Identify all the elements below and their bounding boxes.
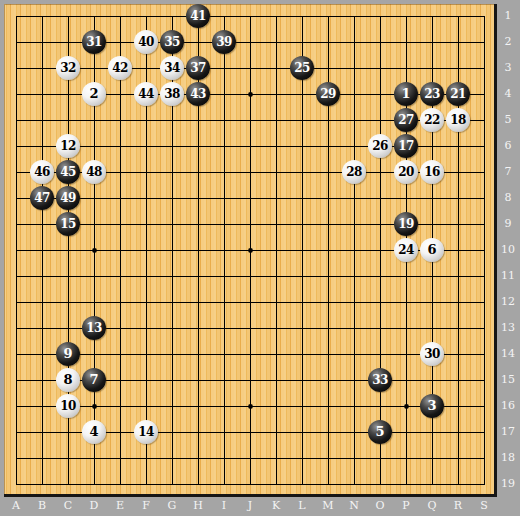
stone-D7[interactable]: 48 <box>82 160 106 184</box>
stone-M4[interactable]: 29 <box>316 82 340 106</box>
stone-move-number: 31 <box>86 30 102 54</box>
stone-move-number: 46 <box>34 160 50 184</box>
go-board[interactable]: 1234567891012131415161718192021222324252… <box>4 4 497 497</box>
stone-move-number: 5 <box>375 420 384 444</box>
star-point <box>92 404 97 409</box>
stone-Q10[interactable]: 6 <box>420 238 444 262</box>
column-label-L: L <box>298 499 305 512</box>
stone-move-number: 1 <box>401 82 410 106</box>
stone-move-number: 21 <box>450 82 466 106</box>
stone-move-number: 30 <box>424 342 440 366</box>
stone-F2[interactable]: 40 <box>134 30 158 54</box>
stone-C7[interactable]: 45 <box>56 160 80 184</box>
stone-move-number: 6 <box>427 238 436 262</box>
column-label-G: G <box>168 499 177 512</box>
column-label-S: S <box>480 499 488 512</box>
stone-move-number: 14 <box>138 420 154 444</box>
stone-C8[interactable]: 49 <box>56 186 80 210</box>
column-label-I: I <box>222 499 226 512</box>
row-label-15: 15 <box>497 373 519 387</box>
stone-N7[interactable]: 28 <box>342 160 366 184</box>
stone-R5[interactable]: 18 <box>446 108 470 132</box>
stone-C14[interactable]: 9 <box>56 342 80 366</box>
stone-O15[interactable]: 33 <box>368 368 392 392</box>
stone-G3[interactable]: 34 <box>160 56 184 80</box>
stone-D4[interactable]: 2 <box>82 82 106 106</box>
stone-move-number: 42 <box>112 56 128 80</box>
stone-move-number: 15 <box>60 212 76 236</box>
column-label-F: F <box>142 499 150 512</box>
row-label-5: 5 <box>497 113 519 127</box>
stone-move-number: 25 <box>294 56 310 80</box>
star-point <box>404 404 409 409</box>
stone-move-number: 49 <box>60 186 76 210</box>
row-label-12: 12 <box>497 295 519 309</box>
column-label-A: A <box>12 499 20 512</box>
stone-move-number: 10 <box>60 394 76 418</box>
stone-P6[interactable]: 17 <box>394 134 418 158</box>
stone-move-number: 32 <box>60 56 76 80</box>
stone-L3[interactable]: 25 <box>290 56 314 80</box>
stone-D13[interactable]: 13 <box>82 316 106 340</box>
star-point <box>92 248 97 253</box>
stone-B7[interactable]: 46 <box>30 160 54 184</box>
stone-move-number: 20 <box>398 160 414 184</box>
stone-Q4[interactable]: 23 <box>420 82 444 106</box>
stone-move-number: 33 <box>372 368 388 392</box>
stone-move-number: 37 <box>190 56 206 80</box>
stone-D15[interactable]: 7 <box>82 368 106 392</box>
stone-F17[interactable]: 14 <box>134 420 158 444</box>
stone-move-number: 39 <box>216 30 232 54</box>
row-label-6: 6 <box>497 139 519 153</box>
stone-move-number: 44 <box>138 82 154 106</box>
row-label-16: 16 <box>497 399 519 413</box>
row-label-4: 4 <box>497 87 519 101</box>
stone-move-number: 48 <box>86 160 102 184</box>
column-label-Q: Q <box>427 499 436 512</box>
stone-C15[interactable]: 8 <box>56 368 80 392</box>
stone-C16[interactable]: 10 <box>56 394 80 418</box>
column-label-N: N <box>349 499 359 512</box>
stone-B8[interactable]: 47 <box>30 186 54 210</box>
stone-move-number: 26 <box>372 134 388 158</box>
row-label-14: 14 <box>497 347 519 361</box>
stone-P7[interactable]: 20 <box>394 160 418 184</box>
row-label-19: 19 <box>497 477 519 491</box>
stone-G2[interactable]: 35 <box>160 30 184 54</box>
stone-Q5[interactable]: 22 <box>420 108 444 132</box>
stone-D2[interactable]: 31 <box>82 30 106 54</box>
column-label-P: P <box>402 499 409 512</box>
star-point <box>248 404 253 409</box>
column-label-M: M <box>322 499 333 512</box>
stone-P9[interactable]: 19 <box>394 212 418 236</box>
go-board-window: 1234567891012131415161718192021222324252… <box>0 0 520 516</box>
stone-move-number: 43 <box>190 82 206 106</box>
stone-C3[interactable]: 32 <box>56 56 80 80</box>
stone-move-number: 24 <box>398 238 414 262</box>
stone-H3[interactable]: 37 <box>186 56 210 80</box>
stone-move-number: 8 <box>63 368 72 392</box>
star-point <box>248 248 253 253</box>
stone-Q16[interactable]: 3 <box>420 394 444 418</box>
stone-G4[interactable]: 38 <box>160 82 184 106</box>
stone-F4[interactable]: 44 <box>134 82 158 106</box>
stone-move-number: 38 <box>164 82 180 106</box>
column-label-R: R <box>454 499 462 512</box>
stone-P4[interactable]: 1 <box>394 82 418 106</box>
stone-C9[interactable]: 15 <box>56 212 80 236</box>
stone-move-number: 16 <box>424 160 440 184</box>
stone-move-number: 41 <box>190 4 206 28</box>
row-label-2: 2 <box>497 35 519 49</box>
stone-R4[interactable]: 21 <box>446 82 470 106</box>
row-label-10: 10 <box>497 243 519 257</box>
column-label-K: K <box>272 499 280 512</box>
stone-move-number: 18 <box>450 108 466 132</box>
row-label-11: 11 <box>497 269 519 283</box>
column-label-J: J <box>248 499 252 512</box>
stone-Q14[interactable]: 30 <box>420 342 444 366</box>
column-label-C: C <box>64 499 72 512</box>
stone-move-number: 7 <box>89 368 98 392</box>
row-label-9: 9 <box>497 217 519 231</box>
row-label-13: 13 <box>497 321 519 335</box>
stone-O6[interactable]: 26 <box>368 134 392 158</box>
row-label-18: 18 <box>497 451 519 465</box>
stone-H1[interactable]: 41 <box>186 4 210 28</box>
stone-C6[interactable]: 12 <box>56 134 80 158</box>
stone-move-number: 3 <box>427 394 436 418</box>
stone-move-number: 45 <box>60 160 76 184</box>
stone-Q7[interactable]: 16 <box>420 160 444 184</box>
stone-move-number: 12 <box>60 134 76 158</box>
stone-move-number: 19 <box>398 212 414 236</box>
stone-O17[interactable]: 5 <box>368 420 392 444</box>
stone-move-number: 23 <box>424 82 440 106</box>
column-label-O: O <box>375 499 384 512</box>
stone-move-number: 34 <box>164 56 180 80</box>
stone-move-number: 27 <box>398 108 414 132</box>
stone-P5[interactable]: 27 <box>394 108 418 132</box>
row-label-1: 1 <box>497 9 519 23</box>
stone-move-number: 35 <box>164 30 180 54</box>
stone-move-number: 4 <box>89 420 98 444</box>
stone-P10[interactable]: 24 <box>394 238 418 262</box>
stone-move-number: 9 <box>63 342 72 366</box>
column-label-B: B <box>38 499 46 512</box>
stone-move-number: 17 <box>398 134 414 158</box>
row-label-8: 8 <box>497 191 519 205</box>
stone-I2[interactable]: 39 <box>212 30 236 54</box>
stone-move-number: 22 <box>424 108 440 132</box>
row-label-7: 7 <box>497 165 519 179</box>
stone-E3[interactable]: 42 <box>108 56 132 80</box>
stone-move-number: 40 <box>138 30 154 54</box>
stone-move-number: 2 <box>89 82 98 106</box>
row-label-3: 3 <box>497 61 519 75</box>
column-label-D: D <box>90 499 99 512</box>
stone-move-number: 28 <box>346 160 362 184</box>
stone-move-number: 29 <box>320 82 336 106</box>
star-point <box>248 92 253 97</box>
stone-move-number: 13 <box>86 316 102 340</box>
row-label-17: 17 <box>497 425 519 439</box>
column-label-E: E <box>116 499 124 512</box>
stone-D17[interactable]: 4 <box>82 420 106 444</box>
stone-move-number: 47 <box>34 186 50 210</box>
column-label-H: H <box>193 499 203 512</box>
stone-H4[interactable]: 43 <box>186 82 210 106</box>
